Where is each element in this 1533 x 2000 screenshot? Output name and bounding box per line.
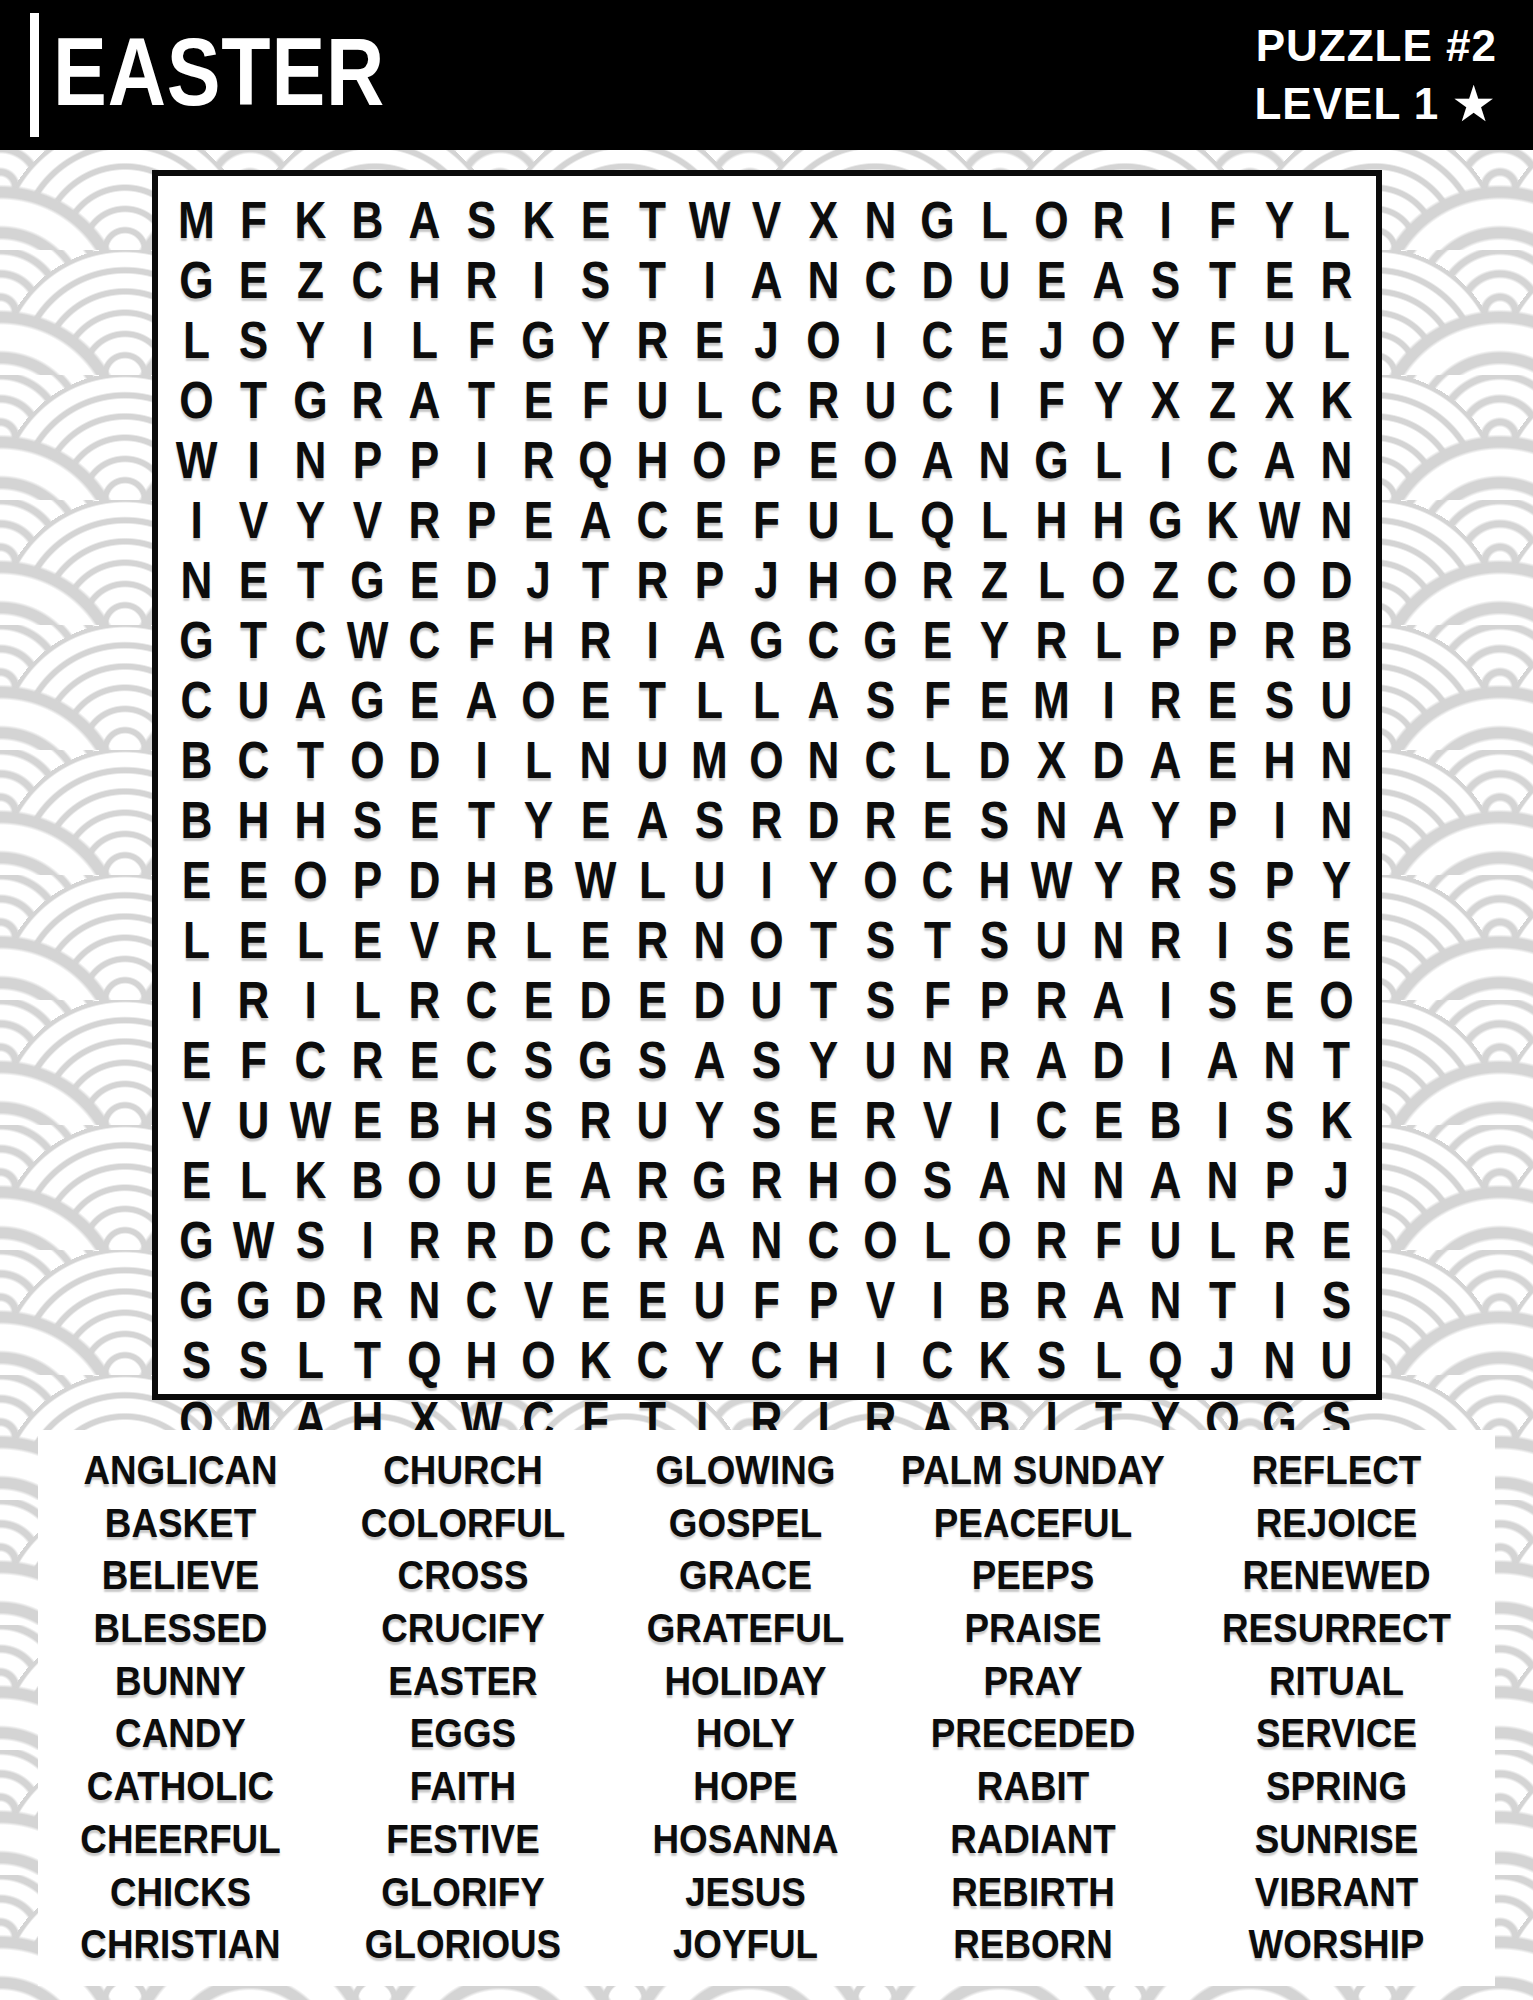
grid-cell[interactable]: L <box>1085 1330 1133 1390</box>
grid-cell[interactable]: U <box>628 730 676 790</box>
grid-cell[interactable]: O <box>1313 970 1361 1030</box>
grid-cell[interactable]: O <box>799 310 847 370</box>
grid-cell[interactable]: R <box>1027 1210 1075 1270</box>
grid-cell[interactable]: N <box>1199 1150 1247 1210</box>
grid-cell[interactable]: H <box>514 610 562 670</box>
grid-cell[interactable]: R <box>400 970 448 1030</box>
grid-cell[interactable]: K <box>1313 1090 1361 1150</box>
grid-cell[interactable]: O <box>343 730 391 790</box>
grid-cell[interactable]: N <box>799 730 847 790</box>
grid-cell[interactable]: E <box>1027 250 1075 310</box>
grid-cell[interactable]: I <box>685 250 733 310</box>
grid-cell[interactable]: P <box>457 490 505 550</box>
grid-cell[interactable]: G <box>856 610 904 670</box>
grid-cell[interactable]: C <box>742 1330 790 1390</box>
grid-cell[interactable]: J <box>1199 1330 1247 1390</box>
grid-cell[interactable]: U <box>856 370 904 430</box>
grid-cell[interactable]: S <box>913 1150 961 1210</box>
grid-cell[interactable]: U <box>799 490 847 550</box>
grid-cell[interactable]: B <box>343 190 391 250</box>
grid-cell[interactable]: T <box>628 670 676 730</box>
grid-cell[interactable]: F <box>229 190 277 250</box>
grid-cell[interactable]: R <box>457 910 505 970</box>
grid-cell[interactable]: T <box>457 370 505 430</box>
grid-cell[interactable]: P <box>742 430 790 490</box>
grid-cell[interactable]: F <box>1199 190 1247 250</box>
grid-cell[interactable]: H <box>1027 490 1075 550</box>
grid-cell[interactable]: T <box>1313 1030 1361 1090</box>
grid-cell[interactable]: R <box>1027 1270 1075 1330</box>
grid-cell[interactable]: I <box>343 310 391 370</box>
grid-cell[interactable]: N <box>685 910 733 970</box>
grid-cell[interactable]: L <box>1085 610 1133 670</box>
grid-cell[interactable]: N <box>1313 430 1361 490</box>
word-item[interactable]: CHURCH <box>334 1444 592 1497</box>
word-item[interactable]: BASKET <box>49 1497 311 1550</box>
grid-cell[interactable]: R <box>856 790 904 850</box>
grid-cell[interactable]: C <box>1027 1090 1075 1150</box>
grid-cell[interactable]: D <box>970 730 1018 790</box>
grid-cell[interactable]: E <box>571 790 619 850</box>
grid-cell[interactable]: K <box>571 1330 619 1390</box>
grid-cell[interactable]: S <box>856 910 904 970</box>
grid-cell[interactable]: Y <box>685 1090 733 1150</box>
grid-cell[interactable]: F <box>913 670 961 730</box>
grid-cell[interactable]: A <box>571 490 619 550</box>
grid-cell[interactable]: H <box>457 1330 505 1390</box>
grid-cell[interactable]: N <box>1256 1030 1304 1090</box>
grid-cell[interactable]: A <box>1199 1030 1247 1090</box>
grid-cell[interactable]: Y <box>799 1030 847 1090</box>
grid-cell[interactable]: C <box>913 850 961 910</box>
word-item[interactable]: CROSS <box>334 1549 592 1602</box>
grid-cell[interactable]: L <box>172 310 220 370</box>
grid-cell[interactable]: I <box>1142 430 1190 490</box>
grid-cell[interactable]: B <box>970 1270 1018 1330</box>
grid-cell[interactable]: R <box>1256 1210 1304 1270</box>
grid-cell[interactable]: K <box>970 1330 1018 1390</box>
grid-cell[interactable]: L <box>514 730 562 790</box>
grid-cell[interactable]: B <box>1313 610 1361 670</box>
grid-cell[interactable]: V <box>856 1270 904 1330</box>
grid-cell[interactable]: U <box>1313 1330 1361 1390</box>
grid-cell[interactable]: D <box>400 850 448 910</box>
grid-cell[interactable]: I <box>457 730 505 790</box>
grid-cell[interactable]: S <box>970 790 1018 850</box>
grid-cell[interactable]: G <box>172 1210 220 1270</box>
grid-cell[interactable]: D <box>1085 730 1133 790</box>
grid-cell[interactable]: I <box>1142 970 1190 1030</box>
grid-cell[interactable]: L <box>913 730 961 790</box>
grid-cell[interactable]: P <box>343 850 391 910</box>
grid-cell[interactable]: S <box>1256 1090 1304 1150</box>
grid-cell[interactable]: R <box>457 250 505 310</box>
grid-cell[interactable]: L <box>913 1210 961 1270</box>
grid-cell[interactable]: I <box>172 490 220 550</box>
grid-cell[interactable]: F <box>913 970 961 1030</box>
grid-cell[interactable]: R <box>1256 610 1304 670</box>
grid-cell[interactable]: G <box>229 1270 277 1330</box>
grid-cell[interactable]: D <box>913 250 961 310</box>
grid-cell[interactable]: C <box>571 1210 619 1270</box>
grid-cell[interactable]: T <box>628 250 676 310</box>
grid-cell[interactable]: Z <box>1199 370 1247 430</box>
grid-cell[interactable]: E <box>571 670 619 730</box>
grid-cell[interactable]: O <box>1256 550 1304 610</box>
grid-cell[interactable]: O <box>1085 550 1133 610</box>
grid-cell[interactable]: T <box>571 550 619 610</box>
grid-cell[interactable]: B <box>514 850 562 910</box>
grid-cell[interactable]: C <box>856 250 904 310</box>
grid-cell[interactable]: W <box>571 850 619 910</box>
grid-cell[interactable]: O <box>1085 310 1133 370</box>
grid-cell[interactable]: U <box>685 1270 733 1330</box>
grid-cell[interactable]: H <box>970 850 1018 910</box>
grid-cell[interactable]: O <box>856 430 904 490</box>
word-item[interactable]: GLOWING <box>614 1444 876 1497</box>
grid-cell[interactable]: T <box>628 190 676 250</box>
grid-cell[interactable]: E <box>514 1150 562 1210</box>
grid-cell[interactable]: H <box>799 550 847 610</box>
grid-cell[interactable]: Z <box>970 550 1018 610</box>
grid-cell[interactable]: G <box>913 190 961 250</box>
grid-cell[interactable]: G <box>343 550 391 610</box>
grid-cell[interactable]: L <box>970 190 1018 250</box>
grid-cell[interactable]: D <box>1085 1030 1133 1090</box>
grid-cell[interactable]: E <box>799 430 847 490</box>
grid-cell[interactable]: I <box>970 1090 1018 1150</box>
grid-cell[interactable]: D <box>457 550 505 610</box>
grid-cell[interactable]: M <box>172 190 220 250</box>
grid-cell[interactable]: E <box>571 190 619 250</box>
grid-cell[interactable]: A <box>457 670 505 730</box>
grid-cell[interactable]: X <box>799 190 847 250</box>
grid-cell[interactable]: R <box>628 310 676 370</box>
grid-cell[interactable]: O <box>514 670 562 730</box>
grid-cell[interactable]: Y <box>799 850 847 910</box>
grid-cell[interactable]: N <box>400 1270 448 1330</box>
grid-cell[interactable]: J <box>514 550 562 610</box>
grid-cell[interactable]: S <box>343 790 391 850</box>
grid-cell[interactable]: M <box>1027 670 1075 730</box>
word-item[interactable]: CHICKS <box>49 1866 311 1919</box>
grid-cell[interactable]: R <box>1142 910 1190 970</box>
word-item[interactable]: SUNRISE <box>1191 1813 1483 1866</box>
grid-cell[interactable]: L <box>685 670 733 730</box>
word-item[interactable]: CRUCIFY <box>334 1602 592 1655</box>
grid-cell[interactable]: L <box>400 310 448 370</box>
grid-cell[interactable]: N <box>799 250 847 310</box>
grid-cell[interactable]: K <box>1199 490 1247 550</box>
grid-cell[interactable]: C <box>286 1030 334 1090</box>
grid-cell[interactable]: E <box>172 850 220 910</box>
grid-cell[interactable]: V <box>400 910 448 970</box>
word-item[interactable]: PEEPS <box>900 1549 1167 1602</box>
grid-cell[interactable]: H <box>1256 730 1304 790</box>
word-item[interactable]: EGGS <box>334 1707 592 1760</box>
grid-cell[interactable]: S <box>628 1030 676 1090</box>
grid-cell[interactable]: A <box>1085 250 1133 310</box>
grid-cell[interactable]: A <box>1256 430 1304 490</box>
word-item[interactable]: FESTIVE <box>334 1813 592 1866</box>
grid-cell[interactable]: F <box>229 1030 277 1090</box>
grid-cell[interactable]: U <box>1256 310 1304 370</box>
word-item[interactable]: HOPE <box>614 1760 876 1813</box>
grid-cell[interactable]: D <box>799 790 847 850</box>
grid-cell[interactable]: D <box>400 730 448 790</box>
word-item[interactable]: PRAISE <box>900 1602 1167 1655</box>
grid-cell[interactable]: E <box>799 1090 847 1150</box>
grid-cell[interactable]: Y <box>970 610 1018 670</box>
grid-cell[interactable]: N <box>742 1210 790 1270</box>
grid-cell[interactable]: E <box>628 1270 676 1330</box>
grid-cell[interactable]: H <box>229 790 277 850</box>
grid-cell[interactable]: C <box>913 310 961 370</box>
grid-cell[interactable]: O <box>742 730 790 790</box>
grid-cell[interactable]: R <box>400 490 448 550</box>
grid-cell[interactable]: B <box>400 1090 448 1150</box>
grid-cell[interactable]: T <box>1199 250 1247 310</box>
grid-cell[interactable]: Y <box>1256 190 1304 250</box>
grid-cell[interactable]: T <box>286 550 334 610</box>
grid-cell[interactable]: G <box>1142 490 1190 550</box>
grid-cell[interactable]: I <box>1256 790 1304 850</box>
word-item[interactable]: VIBRANT <box>1191 1866 1483 1919</box>
grid-cell[interactable]: N <box>1313 790 1361 850</box>
grid-cell[interactable]: Y <box>514 790 562 850</box>
grid-cell[interactable]: S <box>1256 910 1304 970</box>
grid-cell[interactable]: T <box>913 910 961 970</box>
grid-cell[interactable]: A <box>970 1150 1018 1210</box>
word-item[interactable]: CHRISTIAN <box>49 1918 311 1971</box>
grid-cell[interactable]: E <box>571 1270 619 1330</box>
grid-cell[interactable]: Q <box>400 1330 448 1390</box>
grid-cell[interactable]: O <box>685 430 733 490</box>
grid-cell[interactable]: M <box>685 730 733 790</box>
grid-cell[interactable]: O <box>856 1150 904 1210</box>
grid-cell[interactable]: L <box>742 670 790 730</box>
grid-cell[interactable]: D <box>685 970 733 1030</box>
grid-cell[interactable]: V <box>742 190 790 250</box>
grid-cell[interactable]: I <box>913 1270 961 1330</box>
word-item[interactable]: RENEWED <box>1191 1549 1483 1602</box>
grid-cell[interactable]: N <box>1256 1330 1304 1390</box>
grid-cell[interactable]: E <box>1256 250 1304 310</box>
grid-cell[interactable]: S <box>1199 850 1247 910</box>
word-item[interactable]: GRATEFUL <box>614 1602 876 1655</box>
grid-cell[interactable]: N <box>172 550 220 610</box>
grid-cell[interactable]: B <box>1142 1090 1190 1150</box>
grid-cell[interactable]: U <box>1142 1210 1190 1270</box>
word-item[interactable]: GOSPEL <box>614 1497 876 1550</box>
grid-cell[interactable]: R <box>628 1210 676 1270</box>
grid-cell[interactable]: P <box>1199 790 1247 850</box>
grid-cell[interactable]: A <box>1142 730 1190 790</box>
grid-cell[interactable]: W <box>1027 850 1075 910</box>
word-item[interactable]: COLORFUL <box>334 1497 592 1550</box>
grid-cell[interactable]: T <box>286 730 334 790</box>
word-item[interactable]: RITUAL <box>1191 1655 1483 1708</box>
grid-cell[interactable]: R <box>343 1270 391 1330</box>
grid-cell[interactable]: J <box>1313 1150 1361 1210</box>
grid-cell[interactable]: C <box>742 370 790 430</box>
grid-cell[interactable]: P <box>970 970 1018 1030</box>
grid-cell[interactable]: W <box>286 1090 334 1150</box>
grid-cell[interactable]: K <box>1313 370 1361 430</box>
grid-cell[interactable]: G <box>571 1030 619 1090</box>
word-item[interactable]: HOLY <box>614 1707 876 1760</box>
grid-cell[interactable]: E <box>229 850 277 910</box>
grid-cell[interactable]: I <box>1256 1270 1304 1330</box>
grid-cell[interactable]: A <box>400 190 448 250</box>
grid-cell[interactable]: U <box>457 1150 505 1210</box>
grid-cell[interactable]: E <box>172 1150 220 1210</box>
grid-cell[interactable]: S <box>1256 670 1304 730</box>
grid-cell[interactable]: L <box>514 910 562 970</box>
grid-cell[interactable]: E <box>229 250 277 310</box>
grid-cell[interactable]: C <box>229 730 277 790</box>
grid-cell[interactable]: R <box>514 430 562 490</box>
grid-cell[interactable]: P <box>1142 610 1190 670</box>
grid-cell[interactable]: C <box>457 1030 505 1090</box>
grid-cell[interactable]: I <box>856 1330 904 1390</box>
grid-cell[interactable]: A <box>628 790 676 850</box>
grid-cell[interactable]: R <box>1085 190 1133 250</box>
grid-cell[interactable]: I <box>970 370 1018 430</box>
grid-cell[interactable]: P <box>400 430 448 490</box>
grid-cell[interactable]: R <box>1142 850 1190 910</box>
word-item[interactable]: PEACEFUL <box>900 1497 1167 1550</box>
grid-cell[interactable]: S <box>514 1030 562 1090</box>
grid-cell[interactable]: X <box>1027 730 1075 790</box>
grid-cell[interactable]: J <box>1027 310 1075 370</box>
grid-cell[interactable]: A <box>685 610 733 670</box>
grid-cell[interactable]: L <box>970 490 1018 550</box>
grid-cell[interactable]: L <box>343 970 391 1030</box>
grid-cell[interactable]: T <box>799 970 847 1030</box>
grid-cell[interactable]: C <box>856 730 904 790</box>
grid-cell[interactable]: I <box>1142 190 1190 250</box>
grid-cell[interactable]: E <box>685 490 733 550</box>
grid-cell[interactable]: E <box>400 670 448 730</box>
grid-cell[interactable]: U <box>1027 910 1075 970</box>
grid-cell[interactable]: S <box>1199 970 1247 1030</box>
grid-cell[interactable]: Y <box>571 310 619 370</box>
grid-cell[interactable]: C <box>457 970 505 1030</box>
grid-cell[interactable]: O <box>856 550 904 610</box>
word-item[interactable]: JOYFUL <box>614 1918 876 1971</box>
grid-cell[interactable]: C <box>913 370 961 430</box>
grid-cell[interactable]: E <box>1256 970 1304 1030</box>
word-item[interactable]: JESUS <box>614 1866 876 1919</box>
grid-cell[interactable]: E <box>343 910 391 970</box>
grid-cell[interactable]: T <box>229 370 277 430</box>
word-item[interactable]: CHEERFUL <box>49 1813 311 1866</box>
grid-cell[interactable]: H <box>457 850 505 910</box>
grid-cell[interactable]: L <box>1199 1210 1247 1270</box>
grid-cell[interactable]: O <box>400 1150 448 1210</box>
grid-cell[interactable]: A <box>685 1210 733 1270</box>
grid-cell[interactable]: Q <box>571 430 619 490</box>
grid-cell[interactable]: A <box>1142 1150 1190 1210</box>
grid-cell[interactable]: N <box>1027 1150 1075 1210</box>
grid-cell[interactable]: D <box>571 970 619 1030</box>
grid-cell[interactable]: W <box>1256 490 1304 550</box>
grid-cell[interactable]: L <box>628 850 676 910</box>
grid-cell[interactable]: H <box>628 430 676 490</box>
grid-cell[interactable]: N <box>1142 1270 1190 1330</box>
grid-cell[interactable]: O <box>856 850 904 910</box>
grid-cell[interactable]: X <box>1256 370 1304 430</box>
grid-cell[interactable]: U <box>1313 670 1361 730</box>
grid-cell[interactable]: Y <box>1142 310 1190 370</box>
grid-cell[interactable]: O <box>742 910 790 970</box>
grid-cell[interactable]: R <box>628 1150 676 1210</box>
grid-cell[interactable]: S <box>571 250 619 310</box>
grid-cell[interactable]: R <box>571 1090 619 1150</box>
grid-cell[interactable]: D <box>514 1210 562 1270</box>
grid-cell[interactable]: V <box>913 1090 961 1150</box>
grid-cell[interactable]: S <box>1142 250 1190 310</box>
grid-cell[interactable]: L <box>286 910 334 970</box>
grid-cell[interactable]: U <box>628 1090 676 1150</box>
grid-cell[interactable]: C <box>799 610 847 670</box>
word-item[interactable]: GRACE <box>614 1549 876 1602</box>
grid-cell[interactable]: R <box>1027 610 1075 670</box>
grid-cell[interactable]: I <box>343 1210 391 1270</box>
grid-cell[interactable]: I <box>856 310 904 370</box>
grid-cell[interactable]: A <box>571 1150 619 1210</box>
grid-cell[interactable]: P <box>1256 1150 1304 1210</box>
grid-cell[interactable]: V <box>514 1270 562 1330</box>
grid-cell[interactable]: N <box>286 430 334 490</box>
grid-cell[interactable]: S <box>685 790 733 850</box>
grid-cell[interactable]: U <box>628 370 676 430</box>
grid-cell[interactable]: C <box>400 610 448 670</box>
grid-cell[interactable]: C <box>1199 550 1247 610</box>
grid-cell[interactable]: N <box>1085 910 1133 970</box>
grid-cell[interactable]: H <box>400 250 448 310</box>
grid-cell[interactable]: G <box>172 1270 220 1330</box>
word-item[interactable]: PRAY <box>900 1655 1167 1708</box>
grid-cell[interactable]: R <box>343 1030 391 1090</box>
grid-cell[interactable]: L <box>172 910 220 970</box>
grid-cell[interactable]: E <box>229 910 277 970</box>
grid-cell[interactable]: V <box>172 1090 220 1150</box>
grid-cell[interactable]: O <box>172 370 220 430</box>
grid-cell[interactable]: W <box>229 1210 277 1270</box>
word-item[interactable]: REBIRTH <box>900 1866 1167 1919</box>
grid-cell[interactable]: D <box>286 1270 334 1330</box>
grid-cell[interactable]: Y <box>1313 850 1361 910</box>
grid-cell[interactable]: R <box>1313 250 1361 310</box>
grid-cell[interactable]: A <box>286 670 334 730</box>
grid-cell[interactable]: F <box>742 1270 790 1330</box>
grid-cell[interactable]: J <box>742 310 790 370</box>
grid-cell[interactable]: K <box>286 1150 334 1210</box>
grid-cell[interactable]: G <box>514 310 562 370</box>
grid-cell[interactable]: Y <box>1142 790 1190 850</box>
grid-cell[interactable]: V <box>343 490 391 550</box>
word-item[interactable]: GLORIFY <box>334 1866 592 1919</box>
grid-cell[interactable]: W <box>172 430 220 490</box>
grid-cell[interactable]: F <box>457 310 505 370</box>
grid-cell[interactable]: A <box>1085 970 1133 1030</box>
grid-cell[interactable]: S <box>1027 1330 1075 1390</box>
grid-cell[interactable]: A <box>742 250 790 310</box>
grid-cell[interactable]: A <box>913 430 961 490</box>
grid-cell[interactable]: I <box>1199 1090 1247 1150</box>
